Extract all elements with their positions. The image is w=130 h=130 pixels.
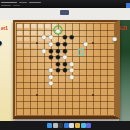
reflection-cell (17, 37, 22, 42)
stone-white: ● (68, 72, 75, 79)
app-blue-icon[interactable] (64, 123, 69, 128)
titlebar-text-skeleton (1, 2, 17, 4)
stone-black: ● (68, 33, 75, 40)
edge-icon[interactable] (81, 123, 86, 128)
stone-black: ● (47, 53, 54, 60)
player-left-label: er1 (1, 25, 8, 30)
star-point (36, 94, 38, 96)
reflection-cell (31, 37, 36, 42)
titlebar-text-skeleton (29, 2, 41, 4)
search-icon[interactable] (53, 123, 58, 128)
star-point (92, 42, 94, 44)
task-view-icon[interactable] (58, 123, 63, 128)
grid-line (16, 101, 114, 102)
reflection-cell (17, 24, 22, 29)
stone-white: ● (40, 33, 47, 40)
start-icon[interactable] (47, 123, 52, 128)
taskbar (0, 121, 130, 130)
titlebar-text-skeleton (19, 2, 27, 4)
reflection-cell (37, 24, 42, 29)
stone-white: ● (40, 46, 47, 53)
cursor-marker (77, 49, 84, 56)
titlebar-text-skeleton (13, 5, 20, 7)
reflection-cell (17, 30, 22, 35)
window-titlebar (0, 0, 130, 8)
grid-line (16, 108, 114, 109)
stone-black: ● (61, 66, 68, 73)
reflection-cell (31, 24, 36, 29)
reflection-cell (31, 30, 36, 35)
edge-white-stone: ● (111, 35, 118, 42)
board-grid[interactable]: ●●●●●●●●●●●●●●●●●●●●●●●●●● (16, 23, 114, 115)
go-board[interactable]: ●●●●●●●●●●●●●●●●●●●●●●●●●● (13, 20, 120, 119)
captured-black-stone: ● (0, 38, 4, 46)
file-explorer-icon[interactable] (75, 123, 80, 128)
reflection-cell (44, 24, 49, 29)
reflection-cell (24, 24, 29, 29)
player-left-panel: er1 ● (0, 20, 14, 121)
toolbar-app-button[interactable] (60, 10, 69, 15)
stone-white: ● (82, 40, 89, 47)
titlebar-accent-button[interactable] (126, 3, 130, 8)
titlebar-text-skeleton (1, 5, 11, 7)
app-indigo-icon[interactable] (86, 123, 91, 128)
reflection-cell (24, 43, 29, 48)
grid-line (107, 23, 108, 115)
star-point (92, 94, 94, 96)
stone-white: ● (47, 79, 54, 86)
reflection-cell (17, 43, 22, 48)
player-right-label: EZI (120, 25, 127, 30)
taskbar-icons (0, 121, 130, 130)
reflection-cell (24, 37, 29, 42)
reflection-cell (24, 30, 29, 35)
stone-black: ● (54, 66, 61, 73)
stone-white: ● (54, 26, 61, 33)
player-right-panel: EZI (119, 20, 130, 121)
star-point (36, 42, 38, 44)
app-light-icon[interactable] (69, 123, 74, 128)
reflection-cell (31, 43, 36, 48)
grid-line (16, 115, 114, 116)
